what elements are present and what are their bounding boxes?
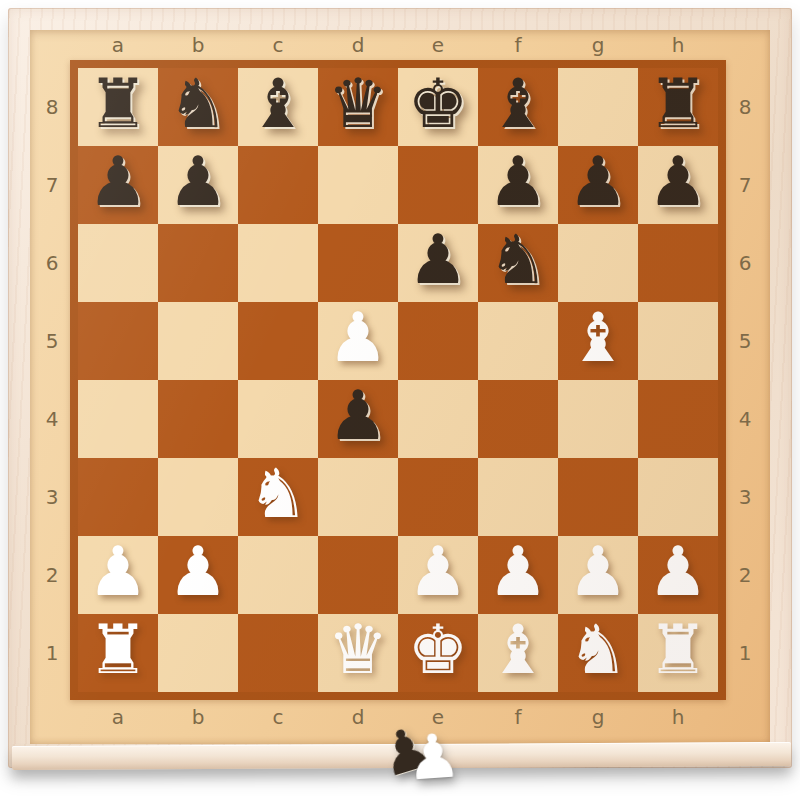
file-label-b: b <box>158 702 238 732</box>
piece-black-pawn-h7[interactable]: ♟ <box>648 148 709 216</box>
file-label-f: f <box>478 32 558 58</box>
square-c4[interactable] <box>238 380 318 458</box>
square-a5[interactable] <box>78 302 158 380</box>
piece-white-pawn-f2[interactable]: ♟ <box>488 538 549 606</box>
rank-label-2: 2 <box>728 536 762 614</box>
square-a3[interactable] <box>78 458 158 536</box>
square-e7[interactable] <box>398 146 478 224</box>
piece-black-pawn-b7[interactable]: ♟ <box>168 148 229 216</box>
square-h3[interactable] <box>638 458 718 536</box>
file-label-d: d <box>318 32 398 58</box>
square-h4[interactable] <box>638 380 718 458</box>
square-e2[interactable]: ♟ <box>398 536 478 614</box>
piece-white-pawn-a2[interactable]: ♟ <box>88 538 149 606</box>
piece-white-knight-c3[interactable]: ♞ <box>248 460 309 528</box>
rank-labels-left: 87654321 <box>36 68 68 692</box>
piece-white-pawn-g2[interactable]: ♟ <box>568 538 629 606</box>
square-e8[interactable]: ♚ <box>398 68 478 146</box>
square-b6[interactable] <box>158 224 238 302</box>
piece-black-queen-d8[interactable]: ♛ <box>328 70 389 138</box>
square-e1[interactable]: ♚ <box>398 614 478 692</box>
chess-board: ♜♞♝♛♚♝♜♟♟♟♟♟♟♞♟♝♟♞♟♟♟♟♟♟♜♛♚♝♞♜ <box>70 60 726 700</box>
piece-black-pawn-d4[interactable]: ♟ <box>328 382 389 450</box>
rank-label-5: 5 <box>728 302 762 380</box>
square-e3[interactable] <box>398 458 478 536</box>
square-a6[interactable] <box>78 224 158 302</box>
square-h2[interactable]: ♟ <box>638 536 718 614</box>
file-label-h: h <box>638 702 718 732</box>
rank-label-7: 7 <box>36 146 68 224</box>
file-labels-top: abcdefgh <box>78 32 718 58</box>
square-e6[interactable]: ♟ <box>398 224 478 302</box>
square-g5[interactable]: ♝ <box>558 302 638 380</box>
square-d7[interactable] <box>318 146 398 224</box>
piece-white-knight-g1[interactable]: ♞ <box>568 616 629 684</box>
square-e5[interactable] <box>398 302 478 380</box>
square-f7[interactable]: ♟ <box>478 146 558 224</box>
square-d6[interactable] <box>318 224 398 302</box>
square-g2[interactable]: ♟ <box>558 536 638 614</box>
file-label-f: f <box>478 702 558 732</box>
rank-label-6: 6 <box>728 224 762 302</box>
square-f6[interactable]: ♞ <box>478 224 558 302</box>
square-h7[interactable]: ♟ <box>638 146 718 224</box>
square-c2[interactable] <box>238 536 318 614</box>
square-f2[interactable]: ♟ <box>478 536 558 614</box>
piece-black-pawn-f7[interactable]: ♟ <box>488 148 549 216</box>
square-f3[interactable] <box>478 458 558 536</box>
square-a2[interactable]: ♟ <box>78 536 158 614</box>
piece-white-queen-d1[interactable]: ♛ <box>328 616 389 684</box>
square-b8[interactable]: ♞ <box>158 68 238 146</box>
square-c8[interactable]: ♝ <box>238 68 318 146</box>
piece-black-knight-f6[interactable]: ♞ <box>488 226 549 294</box>
square-h1[interactable]: ♜ <box>638 614 718 692</box>
square-g4[interactable] <box>558 380 638 458</box>
square-g3[interactable] <box>558 458 638 536</box>
rank-label-1: 1 <box>728 614 762 692</box>
square-a7[interactable]: ♟ <box>78 146 158 224</box>
file-label-a: a <box>78 702 158 732</box>
square-c7[interactable] <box>238 146 318 224</box>
square-h6[interactable] <box>638 224 718 302</box>
piece-white-king-e1[interactable]: ♚ <box>408 616 469 684</box>
piece-black-bishop-f8[interactable]: ♝ <box>488 70 549 138</box>
piece-black-rook-h8[interactable]: ♜ <box>648 70 709 138</box>
square-c5[interactable] <box>238 302 318 380</box>
file-label-e: e <box>398 32 478 58</box>
square-h5[interactable] <box>638 302 718 380</box>
piece-black-knight-b8[interactable]: ♞ <box>168 70 229 138</box>
square-c1[interactable] <box>238 614 318 692</box>
square-f1[interactable]: ♝ <box>478 614 558 692</box>
tray-pawn-white[interactable]: ♟ <box>404 724 463 789</box>
square-f5[interactable] <box>478 302 558 380</box>
piece-white-pawn-d5[interactable]: ♟ <box>328 304 389 372</box>
rank-label-8: 8 <box>728 68 762 146</box>
piece-black-pawn-e6[interactable]: ♟ <box>408 226 469 294</box>
square-d8[interactable]: ♛ <box>318 68 398 146</box>
rank-label-8: 8 <box>36 68 68 146</box>
piece-white-pawn-b2[interactable]: ♟ <box>168 538 229 606</box>
square-c6[interactable] <box>238 224 318 302</box>
rank-label-4: 4 <box>728 380 762 458</box>
square-e4[interactable] <box>398 380 478 458</box>
file-label-h: h <box>638 32 718 58</box>
square-g7[interactable]: ♟ <box>558 146 638 224</box>
piece-white-pawn-e2[interactable]: ♟ <box>408 538 469 606</box>
piece-black-pawn-g7[interactable]: ♟ <box>568 148 629 216</box>
square-b1[interactable] <box>158 614 238 692</box>
rank-label-4: 4 <box>36 380 68 458</box>
square-b4[interactable] <box>158 380 238 458</box>
piece-white-pawn-h2[interactable]: ♟ <box>648 538 709 606</box>
piece-black-king-e8[interactable]: ♚ <box>408 70 469 138</box>
rank-label-5: 5 <box>36 302 68 380</box>
piece-white-bishop-g5[interactable]: ♝ <box>568 304 629 372</box>
square-a1[interactable]: ♜ <box>78 614 158 692</box>
rank-label-7: 7 <box>728 146 762 224</box>
square-g1[interactable]: ♞ <box>558 614 638 692</box>
square-f8[interactable]: ♝ <box>478 68 558 146</box>
rank-label-2: 2 <box>36 536 68 614</box>
square-b5[interactable] <box>158 302 238 380</box>
file-label-c: c <box>238 32 318 58</box>
square-d5[interactable]: ♟ <box>318 302 398 380</box>
square-d4[interactable]: ♟ <box>318 380 398 458</box>
rank-label-3: 3 <box>36 458 68 536</box>
piece-white-rook-a1[interactable]: ♜ <box>88 616 149 684</box>
rank-label-6: 6 <box>36 224 68 302</box>
piece-black-rook-a8[interactable]: ♜ <box>88 70 149 138</box>
square-h8[interactable]: ♜ <box>638 68 718 146</box>
square-d3[interactable] <box>318 458 398 536</box>
square-a4[interactable] <box>78 380 158 458</box>
demo-chessboard-photo: abcdefgh abcdefgh 87654321 87654321 ♜♞♝♛… <box>0 0 800 800</box>
file-label-a: a <box>78 32 158 58</box>
rank-label-1: 1 <box>36 614 68 692</box>
square-f4[interactable] <box>478 380 558 458</box>
square-d1[interactable]: ♛ <box>318 614 398 692</box>
square-b7[interactable]: ♟ <box>158 146 238 224</box>
square-b3[interactable] <box>158 458 238 536</box>
piece-white-rook-h1[interactable]: ♜ <box>648 616 709 684</box>
piece-white-bishop-f1[interactable]: ♝ <box>488 616 549 684</box>
square-g8[interactable] <box>558 68 638 146</box>
rank-label-3: 3 <box>728 458 762 536</box>
square-b2[interactable]: ♟ <box>158 536 238 614</box>
file-label-g: g <box>558 702 638 732</box>
square-a8[interactable]: ♜ <box>78 68 158 146</box>
rank-labels-right: 87654321 <box>728 68 762 692</box>
square-c3[interactable]: ♞ <box>238 458 318 536</box>
square-d2[interactable] <box>318 536 398 614</box>
file-label-g: g <box>558 32 638 58</box>
piece-black-pawn-a7[interactable]: ♟ <box>88 148 149 216</box>
file-label-c: c <box>238 702 318 732</box>
square-g6[interactable] <box>558 224 638 302</box>
piece-black-bishop-c8[interactable]: ♝ <box>248 70 309 138</box>
file-label-b: b <box>158 32 238 58</box>
